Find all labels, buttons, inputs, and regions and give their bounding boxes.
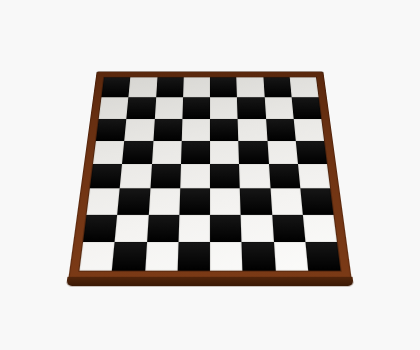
square-f5[interactable] [239, 141, 269, 164]
square-g4[interactable] [269, 164, 301, 189]
square-g2[interactable] [272, 214, 305, 241]
square-a2[interactable] [83, 214, 117, 241]
square-b1[interactable] [112, 242, 146, 271]
square-f6[interactable] [238, 119, 267, 141]
square-h2[interactable] [303, 214, 337, 241]
square-a8[interactable] [101, 77, 130, 97]
square-c8[interactable] [156, 77, 184, 97]
square-a4[interactable] [90, 164, 122, 189]
square-h8[interactable] [290, 77, 319, 97]
square-g5[interactable] [267, 141, 298, 164]
square-b2[interactable] [115, 214, 148, 241]
square-e5[interactable] [210, 141, 239, 164]
square-e4[interactable] [210, 164, 240, 189]
square-d4[interactable] [180, 164, 210, 189]
square-f4[interactable] [239, 164, 270, 189]
square-c1[interactable] [145, 242, 179, 271]
square-h5[interactable] [296, 141, 327, 164]
square-d5[interactable] [181, 141, 210, 164]
square-c2[interactable] [147, 214, 180, 241]
square-h4[interactable] [298, 164, 330, 189]
square-d8[interactable] [183, 77, 210, 97]
square-a1[interactable] [79, 242, 114, 271]
square-e8[interactable] [210, 77, 237, 97]
square-c3[interactable] [148, 189, 180, 215]
square-f2[interactable] [241, 214, 274, 241]
square-b4[interactable] [120, 164, 152, 189]
square-d2[interactable] [178, 214, 210, 241]
square-f8[interactable] [237, 77, 265, 97]
square-e7[interactable] [210, 97, 238, 118]
square-e6[interactable] [210, 119, 239, 141]
square-d7[interactable] [182, 97, 210, 118]
scene-background [0, 0, 420, 350]
square-f1[interactable] [242, 242, 276, 271]
square-c7[interactable] [154, 97, 182, 118]
square-g7[interactable] [264, 97, 293, 118]
square-a6[interactable] [96, 119, 127, 141]
square-h7[interactable] [291, 97, 321, 118]
chessboard [68, 71, 352, 280]
square-b8[interactable] [129, 77, 157, 97]
square-f7[interactable] [237, 97, 265, 118]
square-b3[interactable] [117, 189, 149, 215]
square-f3[interactable] [240, 189, 272, 215]
square-e1[interactable] [210, 242, 243, 271]
square-d6[interactable] [181, 119, 210, 141]
square-g6[interactable] [266, 119, 296, 141]
square-a3[interactable] [87, 189, 120, 215]
square-a7[interactable] [99, 97, 129, 118]
square-g1[interactable] [273, 242, 307, 271]
square-e2[interactable] [210, 214, 242, 241]
square-a5[interactable] [93, 141, 124, 164]
square-h6[interactable] [293, 119, 324, 141]
square-c6[interactable] [153, 119, 182, 141]
square-h3[interactable] [300, 189, 333, 215]
square-d3[interactable] [179, 189, 210, 215]
square-d1[interactable] [177, 242, 210, 271]
square-g8[interactable] [263, 77, 291, 97]
square-b5[interactable] [122, 141, 153, 164]
board-apron-near-face [66, 277, 354, 286]
square-e3[interactable] [210, 189, 241, 215]
square-b7[interactable] [127, 97, 156, 118]
square-b6[interactable] [124, 119, 154, 141]
square-g3[interactable] [270, 189, 302, 215]
square-h1[interactable] [305, 242, 340, 271]
square-c5[interactable] [152, 141, 182, 164]
square-c4[interactable] [150, 164, 181, 189]
board-surface [79, 77, 340, 270]
